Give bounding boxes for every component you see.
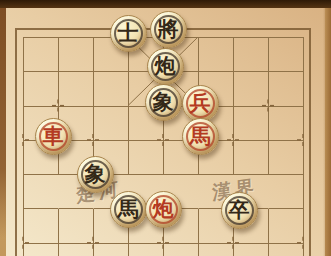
piece-glyph: 兵: [190, 92, 211, 113]
board-cell[interactable]: [24, 72, 59, 106]
board-cell[interactable]: [269, 38, 304, 72]
piece-black-cannon[interactable]: 炮: [147, 48, 184, 85]
piece-glyph: 卒: [229, 199, 250, 220]
board-cell[interactable]: [269, 72, 304, 106]
board-cell[interactable]: [59, 38, 94, 72]
piece-red-chariot[interactable]: 車: [35, 118, 72, 155]
window-top-bar: [0, 0, 331, 8]
board-cell[interactable]: [59, 209, 94, 243]
board-cell[interactable]: [59, 244, 94, 256]
piece-black-soldier[interactable]: 卒: [221, 192, 258, 229]
board-cell[interactable]: [24, 38, 59, 72]
piece-glyph: 象: [153, 91, 174, 112]
board-cell[interactable]: [234, 107, 269, 141]
board-cell[interactable]: [269, 175, 304, 209]
board-cell[interactable]: [59, 72, 94, 106]
piece-glyph: 車: [43, 125, 64, 146]
board-cell[interactable]: [24, 175, 59, 209]
piece-black-advisor[interactable]: 士: [110, 15, 147, 52]
board-cell[interactable]: [129, 141, 164, 175]
board-cell[interactable]: [269, 107, 304, 141]
board-cell[interactable]: [234, 38, 269, 72]
piece-glyph: 象: [85, 163, 106, 184]
piece-black-general[interactable]: 將: [150, 11, 187, 48]
piece-glyph: 馬: [190, 125, 211, 146]
board-cell[interactable]: [234, 244, 269, 256]
piece-black-horse[interactable]: 馬: [110, 191, 147, 228]
board-frame-right-edge: [323, 8, 331, 256]
board-cell[interactable]: [129, 244, 164, 256]
piece-glyph: 將: [158, 18, 179, 39]
piece-red-cannon[interactable]: 炮: [145, 191, 182, 228]
piece-glyph: 炮: [153, 198, 174, 219]
board-frame-left-edge: [0, 8, 6, 238]
xiangqi-game-screen: 楚河 漢界 士將炮象兵車馬象馬炮卒: [0, 0, 331, 256]
piece-glyph: 炮: [155, 55, 176, 76]
piece-glyph: 馬: [118, 198, 139, 219]
piece-black-elephant-center[interactable]: 象: [145, 84, 182, 121]
board-cell[interactable]: [94, 72, 129, 106]
board-cell[interactable]: [94, 107, 129, 141]
piece-red-soldier[interactable]: 兵: [182, 85, 219, 122]
board-cell[interactable]: [24, 244, 59, 256]
board-cell[interactable]: [24, 209, 59, 243]
board-cell[interactable]: [269, 209, 304, 243]
piece-black-elephant-left[interactable]: 象: [77, 156, 114, 193]
piece-red-horse[interactable]: 馬: [182, 118, 219, 155]
board-cell[interactable]: [164, 244, 199, 256]
board-cell[interactable]: [269, 141, 304, 175]
board-cell[interactable]: [234, 141, 269, 175]
board-cell[interactable]: [199, 244, 234, 256]
board-cell[interactable]: [199, 38, 234, 72]
piece-glyph: 士: [118, 22, 139, 43]
board-cell[interactable]: [269, 244, 304, 256]
board-cell[interactable]: [234, 72, 269, 106]
board-cell[interactable]: [94, 244, 129, 256]
